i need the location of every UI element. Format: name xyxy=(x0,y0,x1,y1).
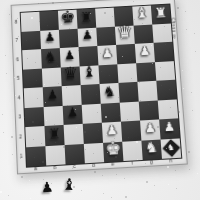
square-g8[interactable]: ♝ xyxy=(132,6,152,26)
piece-white-rook-h8[interactable]: ♜ xyxy=(154,5,167,19)
square-f5[interactable] xyxy=(117,63,137,83)
square-h5[interactable] xyxy=(155,61,175,81)
piece-black-pawn-b4[interactable]: ♟ xyxy=(47,88,59,101)
square-a4[interactable] xyxy=(24,87,44,107)
piece-black-rook-d8[interactable]: ♜ xyxy=(80,9,93,23)
square-f6[interactable] xyxy=(116,44,136,64)
piece-black-queen-c5[interactable]: ♛ xyxy=(63,65,79,83)
square-e5[interactable] xyxy=(98,64,118,84)
piece-black-king-c8[interactable]: ♚ xyxy=(60,9,76,26)
file-label-c: c xyxy=(64,161,84,170)
square-c2[interactable] xyxy=(64,124,84,145)
square-b5[interactable] xyxy=(42,67,62,87)
piece-black-knight-b6[interactable]: ♞ xyxy=(44,49,57,63)
piece-white-pawn-g6[interactable]: ♟ xyxy=(139,44,151,57)
square-c7[interactable] xyxy=(59,28,79,48)
square-c8[interactable]: ♚ xyxy=(58,10,78,30)
square-g2[interactable]: ♟ xyxy=(140,119,161,140)
piece-white-bishop-g8[interactable]: ♝ xyxy=(135,6,149,21)
file-label-g: g xyxy=(142,157,162,166)
captured-black-bishop: ♝ xyxy=(62,177,77,194)
photo-scene: ♚♜♝♜♟♟♛♞♟♟♟♛♝♟♞♟♜♟♟♟♚♞♞ abcdefgh 8765432… xyxy=(0,0,200,200)
square-d7[interactable]: ♟ xyxy=(78,27,98,47)
piece-black-rook-b2[interactable]: ♜ xyxy=(48,126,61,141)
square-g7[interactable] xyxy=(134,24,154,44)
square-h7[interactable] xyxy=(152,23,172,43)
square-f7[interactable]: ♛ xyxy=(115,25,135,45)
square-d4[interactable] xyxy=(81,84,101,104)
square-b4[interactable]: ♟ xyxy=(43,86,63,106)
square-d2[interactable] xyxy=(83,123,103,144)
piece-white-queen-f7[interactable]: ♛ xyxy=(117,24,133,41)
rank-label-3: 3 xyxy=(16,107,23,127)
piece-white-knight-g1[interactable]: ♞ xyxy=(145,140,159,155)
captured-black-pawn: ♟ xyxy=(41,180,55,195)
square-c3[interactable]: ♟ xyxy=(63,104,83,125)
square-f2[interactable] xyxy=(121,121,141,142)
rank-label-1: 1 xyxy=(18,146,25,166)
square-f3[interactable] xyxy=(120,101,140,122)
square-b2[interactable]: ♜ xyxy=(44,125,64,146)
piece-black-pawn-b7[interactable]: ♟ xyxy=(44,31,56,44)
piece-white-pawn-e6[interactable]: ♟ xyxy=(101,47,113,60)
piece-white-pawn-e2[interactable]: ♟ xyxy=(106,123,118,136)
square-c5[interactable]: ♛ xyxy=(61,66,81,86)
square-d3[interactable] xyxy=(82,103,102,124)
square-b6[interactable]: ♞ xyxy=(41,48,61,68)
square-g3[interactable] xyxy=(139,100,159,121)
square-c4[interactable] xyxy=(62,85,82,105)
square-g4[interactable] xyxy=(137,81,157,101)
square-d8[interactable]: ♜ xyxy=(77,9,97,29)
rank-label-7: 7 xyxy=(14,31,21,50)
piece-black-pawn-c3[interactable]: ♟ xyxy=(67,106,79,119)
square-b7[interactable]: ♟ xyxy=(40,29,60,49)
square-g6[interactable]: ♟ xyxy=(135,43,155,63)
rank-label-2: 2 xyxy=(17,126,24,146)
square-a6[interactable] xyxy=(22,49,42,69)
square-a8[interactable] xyxy=(21,12,40,32)
square-a3[interactable] xyxy=(25,107,45,128)
file-label-b: b xyxy=(45,162,65,171)
square-f4[interactable] xyxy=(118,82,138,102)
piece-black-knight-e4[interactable]: ♞ xyxy=(103,84,116,99)
file-label-d: d xyxy=(84,160,104,169)
square-a5[interactable] xyxy=(23,68,43,88)
file-label-h: h xyxy=(161,156,181,165)
square-h2[interactable]: ♟ xyxy=(159,118,180,139)
rank-label-4: 4 xyxy=(16,87,23,107)
knight-badge-icon: ♞ xyxy=(162,140,179,157)
square-e8[interactable] xyxy=(95,8,115,28)
square-b8[interactable] xyxy=(39,11,59,31)
rank-label-8: 8 xyxy=(13,12,20,31)
square-e6[interactable]: ♟ xyxy=(97,45,117,65)
piece-black-pawn-c6[interactable]: ♟ xyxy=(64,49,76,62)
chess-board: ♚♜♝♜♟♟♛♞♟♟♟♛♝♟♞♟♜♟♟♟♚♞♞ abcdefgh 8765432… xyxy=(11,0,188,174)
file-label-a: a xyxy=(26,164,46,173)
rank-label-6: 6 xyxy=(14,49,21,68)
square-g5[interactable] xyxy=(136,62,156,82)
board-brand-text: Chess ® xyxy=(170,18,177,41)
square-d5[interactable]: ♝ xyxy=(80,65,100,85)
square-e7[interactable] xyxy=(96,26,116,46)
square-e3[interactable] xyxy=(101,102,121,123)
piece-white-pawn-g2[interactable]: ♟ xyxy=(144,121,156,134)
square-h3[interactable] xyxy=(158,99,178,120)
piece-black-bishop-d5[interactable]: ♝ xyxy=(82,65,96,80)
file-label-f: f xyxy=(122,158,142,167)
square-e4[interactable]: ♞ xyxy=(100,83,120,103)
square-h4[interactable] xyxy=(156,80,176,100)
file-label-e: e xyxy=(103,159,123,168)
square-a7[interactable] xyxy=(21,30,41,50)
piece-white-king-e1[interactable]: ♚ xyxy=(105,140,121,158)
square-a2[interactable] xyxy=(25,126,45,147)
square-h8[interactable]: ♜ xyxy=(151,5,171,25)
square-b3[interactable] xyxy=(44,105,64,126)
piece-black-pawn-d7[interactable]: ♟ xyxy=(81,29,93,42)
piece-white-pawn-h2[interactable]: ♟ xyxy=(163,120,175,133)
rank-label-5: 5 xyxy=(15,68,22,87)
square-h6[interactable] xyxy=(154,42,174,62)
board-grid: ♚♜♝♜♟♟♛♞♟♟♟♛♝♟♞♟♜♟♟♟♚♞♞ xyxy=(20,4,183,168)
